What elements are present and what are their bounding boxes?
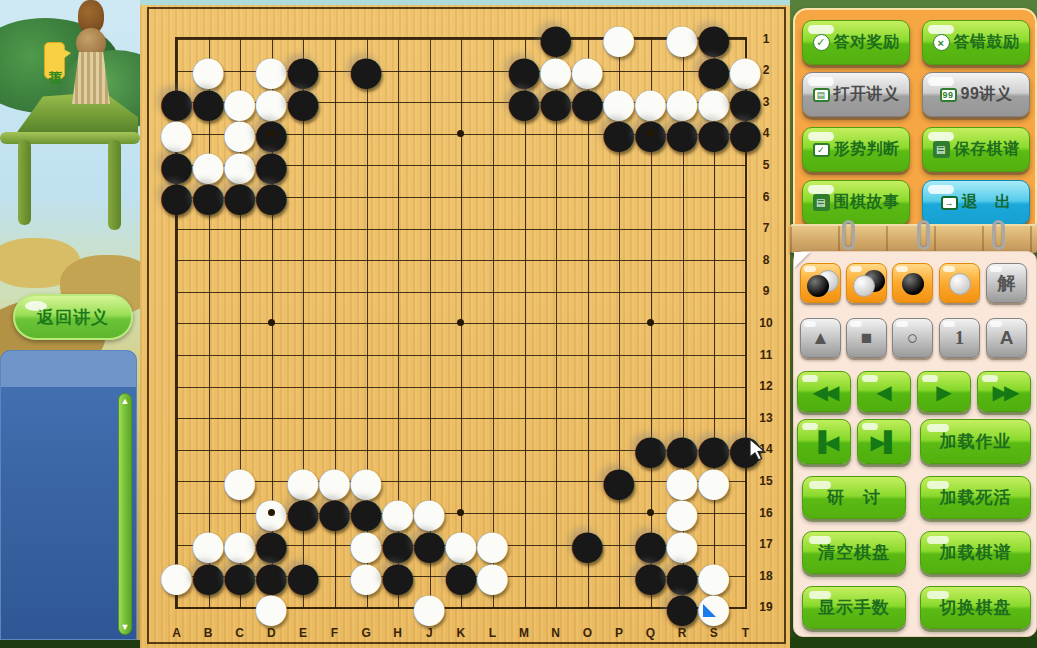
board-top-strip bbox=[140, 0, 790, 5]
white-stone-A18: ● bbox=[161, 560, 193, 592]
white-stone-R17: ● bbox=[666, 528, 698, 560]
left-scene: 下拉 返回讲义 ▲ ▼ bbox=[0, 0, 140, 648]
discuss-button[interactable]: 研 讨 bbox=[802, 476, 906, 519]
white-stone-D2: ● bbox=[255, 54, 287, 86]
button-label: 答对奖励 bbox=[834, 32, 900, 53]
scrollbar[interactable]: ▲ ▼ bbox=[118, 393, 132, 635]
binder-ring bbox=[917, 220, 930, 250]
button-label: 答错鼓励 bbox=[954, 32, 1020, 53]
button-label: 保存棋谱 bbox=[954, 139, 1020, 160]
bamboo-post-art bbox=[18, 140, 31, 225]
quiz-panel: ✓ 答对奖励 × 答错鼓励 ▤ 打开讲义 99 99讲义 ✓ 形势判断 ▤ 保存… bbox=[793, 8, 1037, 236]
fast-rewind-button[interactable]: ◀◀ bbox=[797, 371, 851, 412]
go-story-button[interactable]: ▤ 围棋故事 bbox=[802, 180, 910, 225]
white-stone-L17: ● bbox=[477, 528, 509, 560]
star-point bbox=[647, 509, 654, 516]
black-stone-Q18: ● bbox=[635, 560, 667, 592]
black-stone-R18: ● bbox=[666, 560, 698, 592]
button-label: 99讲义 bbox=[961, 84, 1013, 105]
triangle-marker-button[interactable]: ▲ bbox=[800, 318, 841, 358]
black-stone-S14: ● bbox=[698, 433, 730, 465]
black-stone-M3: ● bbox=[508, 86, 540, 118]
black-stone-Q17: ● bbox=[635, 528, 667, 560]
jump-to-start-button[interactable]: ▐◀ bbox=[797, 419, 851, 464]
lecture-99-button[interactable]: 99 99讲义 bbox=[922, 72, 1030, 117]
black-stone-D17: ● bbox=[255, 528, 287, 560]
black-stone-N3: ● bbox=[540, 86, 572, 118]
white-stone-S3: ● bbox=[698, 86, 730, 118]
black-stone-N1: ● bbox=[540, 23, 572, 55]
black-stone-E2: ● bbox=[287, 54, 319, 86]
white-stone-B2: ● bbox=[192, 54, 224, 86]
row-label-17: 17 bbox=[752, 537, 780, 551]
white-stone-G18: ● bbox=[350, 560, 382, 592]
col-label-R: R bbox=[672, 626, 692, 640]
col-label-N: N bbox=[546, 626, 566, 640]
col-label-Q: Q bbox=[641, 626, 661, 640]
place-black-button[interactable] bbox=[892, 263, 933, 303]
col-label-H: H bbox=[388, 626, 408, 640]
row-label-16: 16 bbox=[752, 506, 780, 520]
white-stone-C15: ● bbox=[224, 465, 256, 497]
white-stone-B17: ● bbox=[192, 528, 224, 560]
black-stone-H18: ● bbox=[382, 560, 414, 592]
white-stone-G17: ● bbox=[350, 528, 382, 560]
save-disk-icon: ▤ bbox=[933, 141, 950, 158]
black-stone-R4: ● bbox=[666, 117, 698, 149]
col-label-D: D bbox=[261, 626, 281, 640]
black-stone-D5: ● bbox=[255, 149, 287, 181]
show-move-numbers-button[interactable]: 显示手数 bbox=[802, 586, 906, 629]
step-back-button[interactable]: ◀ bbox=[857, 371, 911, 412]
cross-circle-icon: × bbox=[933, 34, 950, 51]
row-label-7: 7 bbox=[752, 221, 780, 235]
button-label: 形势判断 bbox=[834, 139, 900, 160]
black-stone-G2: ● bbox=[350, 54, 382, 86]
black-stone-A6: ● bbox=[161, 181, 193, 213]
black-stone-C6: ● bbox=[224, 181, 256, 213]
white-stone-S15: ● bbox=[698, 465, 730, 497]
col-label-L: L bbox=[483, 626, 503, 640]
black-stone-B18: ● bbox=[192, 560, 224, 592]
col-label-O: O bbox=[577, 626, 597, 640]
black-stone-H17: ● bbox=[382, 528, 414, 560]
white-stone-K17: ● bbox=[445, 528, 477, 560]
row-label-9: 9 bbox=[752, 284, 780, 298]
white-stone-C3: ● bbox=[224, 86, 256, 118]
alternate-black-first-button[interactable] bbox=[800, 263, 841, 303]
row-label-8: 8 bbox=[752, 253, 780, 267]
white-stone-Q3: ● bbox=[635, 86, 667, 118]
black-stone-Q14: ● bbox=[635, 433, 667, 465]
grass-strip bbox=[790, 637, 1037, 648]
row-label-14: 14 bbox=[752, 442, 780, 456]
row-label-15: 15 bbox=[752, 474, 780, 488]
load-kifu-button[interactable]: 加载棋谱 bbox=[920, 531, 1031, 574]
black-stone-P15: ● bbox=[603, 465, 635, 497]
black-stone-E16: ● bbox=[287, 497, 319, 529]
tool-panel: 解 ▲ ■ ○ 1 A ◀◀ ◀ ▶ ▶▶ ▐◀ ▶▌ 加载作业 研 讨 加载死… bbox=[793, 251, 1037, 637]
white-stone-P1: ● bbox=[603, 23, 635, 55]
clear-board-button[interactable]: 清空棋盘 bbox=[802, 531, 906, 574]
row-label-3: 3 bbox=[752, 95, 780, 109]
row-label-13: 13 bbox=[752, 411, 780, 425]
check-circle-icon: ✓ bbox=[813, 34, 830, 51]
black-stone-F16: ● bbox=[319, 497, 351, 529]
lecture-list-header bbox=[1, 351, 136, 387]
col-label-E: E bbox=[293, 626, 313, 640]
white-stone-C4: ● bbox=[224, 117, 256, 149]
pull-down-tab[interactable]: 下拉 bbox=[44, 42, 65, 79]
white-stone-H16: ● bbox=[382, 497, 414, 529]
col-label-K: K bbox=[451, 626, 471, 640]
black-stone-S2: ● bbox=[698, 54, 730, 86]
col-label-S: S bbox=[704, 626, 724, 640]
col-label-T: T bbox=[735, 626, 755, 640]
button-label: 打开讲义 bbox=[834, 84, 900, 105]
white-stone-R3: ● bbox=[666, 86, 698, 118]
row-label-11: 11 bbox=[752, 348, 780, 362]
scroll-up-icon[interactable]: ▲ bbox=[120, 396, 130, 406]
row-label-4: 4 bbox=[752, 126, 780, 140]
black-stone-P4: ● bbox=[603, 117, 635, 149]
binder-ring bbox=[842, 220, 855, 250]
col-label-G: G bbox=[356, 626, 376, 640]
white-stone-N2: ● bbox=[540, 54, 572, 86]
open-book-icon: ▤ bbox=[813, 88, 830, 102]
white-stone-O2: ● bbox=[571, 54, 603, 86]
white-stone-C17: ● bbox=[224, 528, 256, 560]
last-move-marker bbox=[703, 604, 716, 617]
white-stone-R16: ● bbox=[666, 497, 698, 529]
row-label-10: 10 bbox=[752, 316, 780, 330]
circle-marker-button[interactable]: ○ bbox=[892, 318, 933, 358]
jump-to-end-button[interactable]: ▶▌ bbox=[857, 419, 911, 464]
switch-board-button[interactable]: 切换棋盘 bbox=[920, 586, 1031, 629]
col-label-B: B bbox=[198, 626, 218, 640]
white-stone-P3: ● bbox=[603, 86, 635, 118]
button-label: 围棋故事 bbox=[834, 192, 900, 213]
star-point bbox=[268, 130, 275, 137]
black-stone-B3: ● bbox=[192, 86, 224, 118]
return-to-lecture-button[interactable]: 返回讲义 bbox=[13, 294, 133, 340]
black-stone-A3: ● bbox=[161, 86, 193, 118]
black-stone-S1: ● bbox=[698, 23, 730, 55]
book-99-icon: 99 bbox=[940, 88, 957, 102]
open-lecture-button[interactable]: ▤ 打开讲义 bbox=[802, 72, 910, 117]
black-stone-S4: ● bbox=[698, 117, 730, 149]
story-book-icon: ▤ bbox=[813, 194, 830, 211]
black-stone-E18: ● bbox=[287, 560, 319, 592]
white-stone-G15: ● bbox=[350, 465, 382, 497]
black-stone-D6: ● bbox=[255, 181, 287, 213]
row-label-19: 19 bbox=[752, 600, 780, 614]
black-stone-G16: ● bbox=[350, 497, 382, 529]
row-label-12: 12 bbox=[752, 379, 780, 393]
load-homework-button[interactable]: 加载作业 bbox=[920, 419, 1031, 464]
star-point bbox=[268, 509, 275, 516]
black-stone-D18: ● bbox=[255, 560, 287, 592]
place-white-button[interactable] bbox=[939, 263, 980, 303]
black-stone-E3: ● bbox=[287, 86, 319, 118]
col-label-P: P bbox=[609, 626, 629, 640]
row-label-18: 18 bbox=[752, 569, 780, 583]
step-forward-button[interactable]: ▶ bbox=[917, 371, 971, 412]
binder-ring bbox=[992, 220, 1005, 250]
black-stone-icon bbox=[902, 273, 924, 295]
letter-marker-button[interactable]: A bbox=[986, 318, 1027, 358]
white-stone-E15: ● bbox=[287, 465, 319, 497]
bamboo-post-art bbox=[108, 140, 121, 230]
grass-strip bbox=[0, 640, 140, 648]
number-marker-button[interactable]: 1 bbox=[939, 318, 980, 358]
white-stone-S18: ● bbox=[698, 560, 730, 592]
white-stone-J19: ● bbox=[413, 591, 445, 623]
col-label-F: F bbox=[325, 626, 345, 640]
col-label-M: M bbox=[514, 626, 534, 640]
go-board[interactable]: ●●●●●●●●●●●●●●●●●●●●●●●●●●●●●●●●●●●●●●●●… bbox=[140, 0, 790, 648]
row-label-1: 1 bbox=[752, 32, 780, 46]
exit-button[interactable]: → 退 出 bbox=[922, 180, 1030, 225]
scroll-down-icon[interactable]: ▼ bbox=[120, 622, 130, 632]
white-stone-F15: ● bbox=[319, 465, 351, 497]
star-point bbox=[647, 130, 654, 137]
white-stone-D3: ● bbox=[255, 86, 287, 118]
judge-bubble-icon: ✓ bbox=[813, 143, 830, 157]
position-judgement-button[interactable]: ✓ 形势判断 bbox=[802, 127, 910, 172]
white-stone-icon bbox=[853, 275, 875, 297]
white-stone-J16: ● bbox=[413, 497, 445, 529]
black-stone-K18: ● bbox=[445, 560, 477, 592]
black-stone-R14: ● bbox=[666, 433, 698, 465]
correct-reward-button[interactable]: ✓ 答对奖励 bbox=[802, 20, 910, 65]
col-label-A: A bbox=[167, 626, 187, 640]
col-label-C: C bbox=[230, 626, 250, 640]
white-stone-R15: ● bbox=[666, 465, 698, 497]
black-stone-O3: ● bbox=[571, 86, 603, 118]
exit-door-icon: → bbox=[941, 196, 958, 210]
wrong-encourage-button[interactable]: × 答错鼓励 bbox=[922, 20, 1030, 65]
square-marker-button[interactable]: ■ bbox=[846, 318, 887, 358]
row-label-6: 6 bbox=[752, 190, 780, 204]
row-label-2: 2 bbox=[752, 63, 780, 77]
lecture-list-panel: ▲ ▼ bbox=[0, 350, 137, 640]
white-stone-D19: ● bbox=[255, 591, 287, 623]
save-kifu-button[interactable]: ▤ 保存棋谱 bbox=[922, 127, 1030, 172]
white-stone-icon bbox=[949, 273, 971, 295]
black-stone-M2: ● bbox=[508, 54, 540, 86]
load-life-death-button[interactable]: 加载死活 bbox=[920, 476, 1031, 519]
white-stone-C5: ● bbox=[224, 149, 256, 181]
white-stone-A4: ● bbox=[161, 117, 193, 149]
black-stone-O17: ● bbox=[571, 528, 603, 560]
col-label-J: J bbox=[419, 626, 439, 640]
button-label: 退 出 bbox=[962, 192, 1012, 213]
black-stone-icon bbox=[807, 275, 829, 297]
row-label-5: 5 bbox=[752, 158, 780, 172]
white-stone-R1: ● bbox=[666, 23, 698, 55]
black-stone-C18: ● bbox=[224, 560, 256, 592]
solve-button[interactable]: 解 bbox=[986, 263, 1027, 303]
black-stone-R19: ● bbox=[666, 591, 698, 623]
white-stone-L18: ● bbox=[477, 560, 509, 592]
white-stone-B5: ● bbox=[192, 149, 224, 181]
alternate-white-first-button[interactable] bbox=[846, 263, 887, 303]
black-stone-J17: ● bbox=[413, 528, 445, 560]
fast-forward-button[interactable]: ▶▶ bbox=[977, 371, 1031, 412]
black-stone-B6: ● bbox=[192, 181, 224, 213]
black-stone-A5: ● bbox=[161, 149, 193, 181]
